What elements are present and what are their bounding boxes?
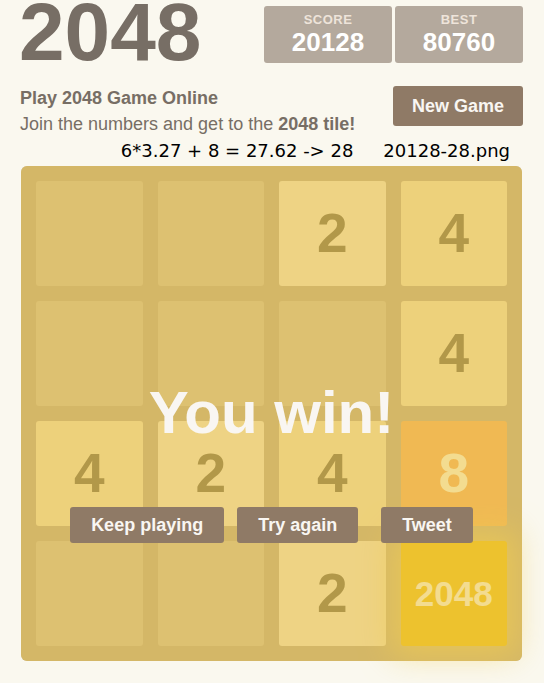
app-title: 2048 — [19, 0, 201, 76]
score-label: SCORE — [304, 12, 353, 27]
intro-heading: Play 2048 Game Online — [20, 88, 218, 109]
game-board: 244424822048 You win! Keep playing Try a… — [21, 166, 522, 661]
overlay-buttons-row: Keep playing Try again Tweet — [21, 507, 522, 543]
best-box: BEST 80760 — [395, 6, 523, 63]
annotation-filename: 20128-28.png — [383, 140, 510, 161]
intro-subtitle-goal: 2048 tile! — [278, 114, 355, 134]
intro-subtitle-text: Join the numbers and get to the — [20, 114, 278, 134]
intro-subtitle: Join the numbers and get to the 2048 til… — [20, 114, 355, 135]
win-message: You win! — [21, 383, 522, 443]
annotation-formula: 6*3.27 + 8 = 27.62 -> 28 — [121, 140, 354, 161]
new-game-button[interactable]: New Game — [393, 86, 523, 126]
page: 2048 SCORE 20128 BEST 80760 Play 2048 Ga… — [0, 0, 544, 683]
annotation-line: 6*3.27 + 8 = 27.62 -> 2820128-28.png — [121, 140, 510, 161]
score-box: SCORE 20128 — [264, 6, 392, 63]
win-overlay: You win! Keep playing Try again Tweet — [21, 166, 522, 661]
try-again-button[interactable]: Try again — [237, 507, 358, 543]
tweet-button[interactable]: Tweet — [381, 507, 473, 543]
score-value: 20128 — [292, 27, 364, 57]
best-value: 80760 — [423, 27, 495, 57]
best-label: BEST — [441, 12, 478, 27]
keep-playing-button[interactable]: Keep playing — [70, 507, 224, 543]
